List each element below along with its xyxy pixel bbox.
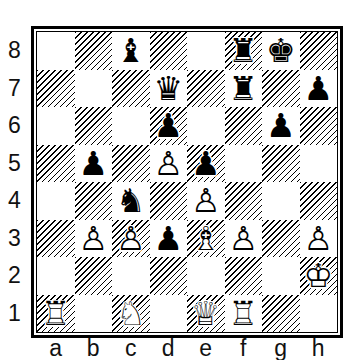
piece-glyph: ♚ bbox=[262, 32, 300, 70]
square-g1[interactable] bbox=[262, 295, 300, 333]
square-c2[interactable] bbox=[112, 257, 150, 295]
square-b6[interactable] bbox=[75, 107, 113, 145]
file-label-f: f bbox=[225, 337, 263, 360]
piece-glyph: ♟ bbox=[150, 107, 188, 145]
square-b4[interactable] bbox=[75, 182, 113, 220]
piece-glyph: ♖ bbox=[37, 295, 75, 333]
white-rook-piece: ♜♖ bbox=[37, 295, 75, 333]
file-label-h: h bbox=[300, 337, 338, 360]
square-d6[interactable]: ♟♟ bbox=[150, 107, 188, 145]
piece-glyph: ♙ bbox=[187, 182, 225, 220]
square-d3[interactable]: ♟♟ bbox=[150, 220, 188, 258]
square-h8[interactable] bbox=[300, 32, 338, 70]
white-pawn-piece: ♟♙ bbox=[225, 220, 263, 258]
square-a4[interactable] bbox=[37, 182, 75, 220]
square-a3[interactable] bbox=[37, 220, 75, 258]
square-d2[interactable] bbox=[150, 257, 188, 295]
square-b5[interactable]: ♟♟ bbox=[75, 145, 113, 183]
square-g7[interactable] bbox=[262, 70, 300, 108]
black-pawn-piece: ♟♟ bbox=[262, 107, 300, 145]
square-e6[interactable] bbox=[187, 107, 225, 145]
square-e4[interactable]: ♟♙ bbox=[187, 182, 225, 220]
square-d8[interactable] bbox=[150, 32, 188, 70]
rank-labels: 87654321 bbox=[0, 32, 29, 332]
rank-label-2: 2 bbox=[0, 257, 29, 295]
square-e3[interactable]: ♝♗ bbox=[187, 220, 225, 258]
chess-diagram: 87654321 ♝♝♜♜♚♚♛♛♜♜♟♟♟♟♟♟♟♟♟♙♟♟♞♞♟♙♟♙♟♙♟… bbox=[0, 0, 360, 360]
square-a5[interactable] bbox=[37, 145, 75, 183]
black-knight-piece: ♞♞ bbox=[112, 182, 150, 220]
piece-glyph: ♟ bbox=[262, 107, 300, 145]
piece-glyph: ♜ bbox=[225, 32, 263, 70]
piece-glyph: ♘ bbox=[112, 295, 150, 333]
square-h6[interactable] bbox=[300, 107, 338, 145]
black-bishop-piece: ♝♝ bbox=[112, 32, 150, 70]
rank-label-7: 7 bbox=[0, 70, 29, 108]
square-a7[interactable] bbox=[37, 70, 75, 108]
piece-glyph: ♙ bbox=[300, 220, 338, 258]
file-label-a: a bbox=[37, 337, 75, 360]
piece-glyph: ♛ bbox=[150, 70, 188, 108]
piece-glyph: ♜ bbox=[225, 70, 263, 108]
square-e8[interactable] bbox=[187, 32, 225, 70]
piece-glyph: ♕ bbox=[187, 295, 225, 333]
board-frame: ♝♝♜♜♚♚♛♛♜♜♟♟♟♟♟♟♟♟♟♙♟♟♞♞♟♙♟♙♟♙♟♟♝♗♟♙♟♙♚♔… bbox=[31, 26, 343, 338]
square-b8[interactable] bbox=[75, 32, 113, 70]
white-bishop-piece: ♝♗ bbox=[187, 220, 225, 258]
square-g8[interactable]: ♚♚ bbox=[262, 32, 300, 70]
square-g6[interactable]: ♟♟ bbox=[262, 107, 300, 145]
square-f8[interactable]: ♜♜ bbox=[225, 32, 263, 70]
white-king-piece: ♚♔ bbox=[300, 257, 338, 295]
black-pawn-piece: ♟♟ bbox=[75, 145, 113, 183]
square-e5[interactable]: ♟♟ bbox=[187, 145, 225, 183]
rank-label-8: 8 bbox=[0, 32, 29, 70]
square-h1[interactable] bbox=[300, 295, 338, 333]
square-b3[interactable]: ♟♙ bbox=[75, 220, 113, 258]
square-a1[interactable]: ♜♖ bbox=[37, 295, 75, 333]
board-inner-border: ♝♝♜♜♚♚♛♛♜♜♟♟♟♟♟♟♟♟♟♙♟♟♞♞♟♙♟♙♟♙♟♟♝♗♟♙♟♙♚♔… bbox=[36, 31, 338, 333]
piece-glyph: ♙ bbox=[75, 220, 113, 258]
white-queen-piece: ♛♕ bbox=[187, 295, 225, 333]
square-e1[interactable]: ♛♕ bbox=[187, 295, 225, 333]
file-label-g: g bbox=[262, 337, 300, 360]
file-label-b: b bbox=[75, 337, 113, 360]
white-rook-piece: ♜♖ bbox=[225, 295, 263, 333]
rank-label-3: 3 bbox=[0, 220, 29, 258]
white-pawn-piece: ♟♙ bbox=[187, 182, 225, 220]
white-knight-piece: ♞♘ bbox=[112, 295, 150, 333]
piece-glyph: ♔ bbox=[300, 257, 338, 295]
white-pawn-piece: ♟♙ bbox=[300, 220, 338, 258]
piece-glyph: ♙ bbox=[225, 220, 263, 258]
square-h7[interactable]: ♟♟ bbox=[300, 70, 338, 108]
rank-label-5: 5 bbox=[0, 145, 29, 183]
square-e2[interactable] bbox=[187, 257, 225, 295]
square-c6[interactable] bbox=[112, 107, 150, 145]
square-h5[interactable] bbox=[300, 145, 338, 183]
rank-label-1: 1 bbox=[0, 295, 29, 333]
black-king-piece: ♚♚ bbox=[262, 32, 300, 70]
square-b1[interactable] bbox=[75, 295, 113, 333]
square-f3[interactable]: ♟♙ bbox=[225, 220, 263, 258]
file-label-d: d bbox=[150, 337, 188, 360]
piece-glyph: ♙ bbox=[112, 220, 150, 258]
file-label-c: c bbox=[112, 337, 150, 360]
black-rook-piece: ♜♜ bbox=[225, 32, 263, 70]
square-c8[interactable]: ♝♝ bbox=[112, 32, 150, 70]
piece-glyph: ♟ bbox=[300, 70, 338, 108]
white-pawn-piece: ♟♙ bbox=[150, 145, 188, 183]
black-pawn-piece: ♟♟ bbox=[150, 220, 188, 258]
square-a8[interactable] bbox=[37, 32, 75, 70]
black-pawn-piece: ♟♟ bbox=[300, 70, 338, 108]
square-d4[interactable] bbox=[150, 182, 188, 220]
square-f5[interactable] bbox=[225, 145, 263, 183]
square-c4[interactable]: ♞♞ bbox=[112, 182, 150, 220]
square-c1[interactable]: ♞♘ bbox=[112, 295, 150, 333]
piece-glyph: ♟ bbox=[187, 145, 225, 183]
square-e7[interactable] bbox=[187, 70, 225, 108]
rank-label-6: 6 bbox=[0, 107, 29, 145]
piece-glyph: ♝ bbox=[112, 32, 150, 70]
square-f2[interactable] bbox=[225, 257, 263, 295]
file-labels: abcdefgh bbox=[37, 337, 337, 360]
piece-glyph: ♟ bbox=[75, 145, 113, 183]
square-h4[interactable] bbox=[300, 182, 338, 220]
square-c3[interactable]: ♟♙ bbox=[112, 220, 150, 258]
black-pawn-piece: ♟♟ bbox=[150, 107, 188, 145]
square-c7[interactable] bbox=[112, 70, 150, 108]
rank-label-4: 4 bbox=[0, 182, 29, 220]
piece-glyph: ♟ bbox=[150, 220, 188, 258]
square-a6[interactable] bbox=[37, 107, 75, 145]
square-d1[interactable] bbox=[150, 295, 188, 333]
square-f7[interactable]: ♜♜ bbox=[225, 70, 263, 108]
square-f4[interactable] bbox=[225, 182, 263, 220]
square-d5[interactable]: ♟♙ bbox=[150, 145, 188, 183]
square-f1[interactable]: ♜♖ bbox=[225, 295, 263, 333]
file-label-e: e bbox=[187, 337, 225, 360]
square-g5[interactable] bbox=[262, 145, 300, 183]
piece-glyph: ♖ bbox=[225, 295, 263, 333]
black-rook-piece: ♜♜ bbox=[225, 70, 263, 108]
piece-glyph: ♞ bbox=[112, 182, 150, 220]
square-b2[interactable] bbox=[75, 257, 113, 295]
black-queen-piece: ♛♛ bbox=[150, 70, 188, 108]
black-pawn-piece: ♟♟ bbox=[187, 145, 225, 183]
square-g2[interactable] bbox=[262, 257, 300, 295]
square-g4[interactable] bbox=[262, 182, 300, 220]
white-pawn-piece: ♟♙ bbox=[75, 220, 113, 258]
white-pawn-piece: ♟♙ bbox=[112, 220, 150, 258]
piece-glyph: ♗ bbox=[187, 220, 225, 258]
square-a2[interactable] bbox=[37, 257, 75, 295]
piece-glyph: ♙ bbox=[150, 145, 188, 183]
square-f6[interactable] bbox=[225, 107, 263, 145]
square-c5[interactable] bbox=[112, 145, 150, 183]
square-g3[interactable] bbox=[262, 220, 300, 258]
square-d7[interactable]: ♛♛ bbox=[150, 70, 188, 108]
square-h2[interactable]: ♚♔ bbox=[300, 257, 338, 295]
square-h3[interactable]: ♟♙ bbox=[300, 220, 338, 258]
board-grid: ♝♝♜♜♚♚♛♛♜♜♟♟♟♟♟♟♟♟♟♙♟♟♞♞♟♙♟♙♟♙♟♟♝♗♟♙♟♙♚♔… bbox=[37, 32, 337, 332]
square-b7[interactable] bbox=[75, 70, 113, 108]
